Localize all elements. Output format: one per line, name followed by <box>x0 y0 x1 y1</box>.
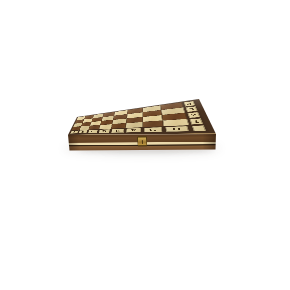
clasp-keyhole-icon <box>142 140 143 144</box>
file-label: C <box>88 130 98 134</box>
file-label: D <box>99 129 110 133</box>
file-label: F <box>126 128 141 133</box>
file-label: E <box>111 129 124 133</box>
file-label-cell: F <box>125 127 143 133</box>
file-label: H <box>165 126 189 132</box>
file-label-cell: E <box>110 128 125 133</box>
product-photo-scene: 4321ABCDEFGH <box>0 0 290 290</box>
corner-label-cell <box>189 125 209 132</box>
checker-square <box>125 122 142 128</box>
checker-square <box>88 125 100 130</box>
board-top-face: 4321ABCDEFGH <box>68 99 216 135</box>
corner-label <box>192 125 206 131</box>
file-label-cell: H <box>163 125 191 132</box>
checker-square <box>111 123 126 129</box>
brass-clasp <box>137 136 147 146</box>
file-label: G <box>144 127 162 132</box>
checker-square <box>143 120 164 127</box>
box-front-face <box>68 134 216 150</box>
rank-label: 1 <box>190 118 204 124</box>
file-label-cell: G <box>143 126 165 132</box>
half-chessboard-grid: 4321ABCDEFGH <box>70 100 210 134</box>
